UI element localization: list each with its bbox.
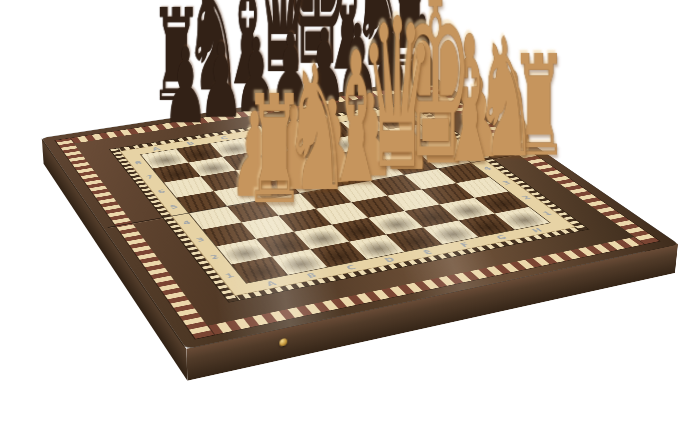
file-label-back-a: A [151, 146, 161, 151]
pieces-layer: ♜♞♝♛♚♝♞♜♟♟♟♟♟♟♟♟♟♟♟♟♟♟♟♟♜♞♝♛♚♝♞♜ [42, 78, 678, 349]
piece-glyph: ♜ [244, 76, 305, 226]
product-photo-scene: AA88BB77CC66DD55EE44FF33GG22HH11 ♜♞♝♛♚♝♞… [0, 0, 680, 425]
brass-pin-front [280, 338, 288, 347]
piece-white-rook-a1[interactable]: ♜ [195, 112, 354, 226]
chess-board: AA88BB77CC66DD55EE44FF33GG22HH11 ♜♞♝♛♚♝♞… [42, 78, 678, 349]
